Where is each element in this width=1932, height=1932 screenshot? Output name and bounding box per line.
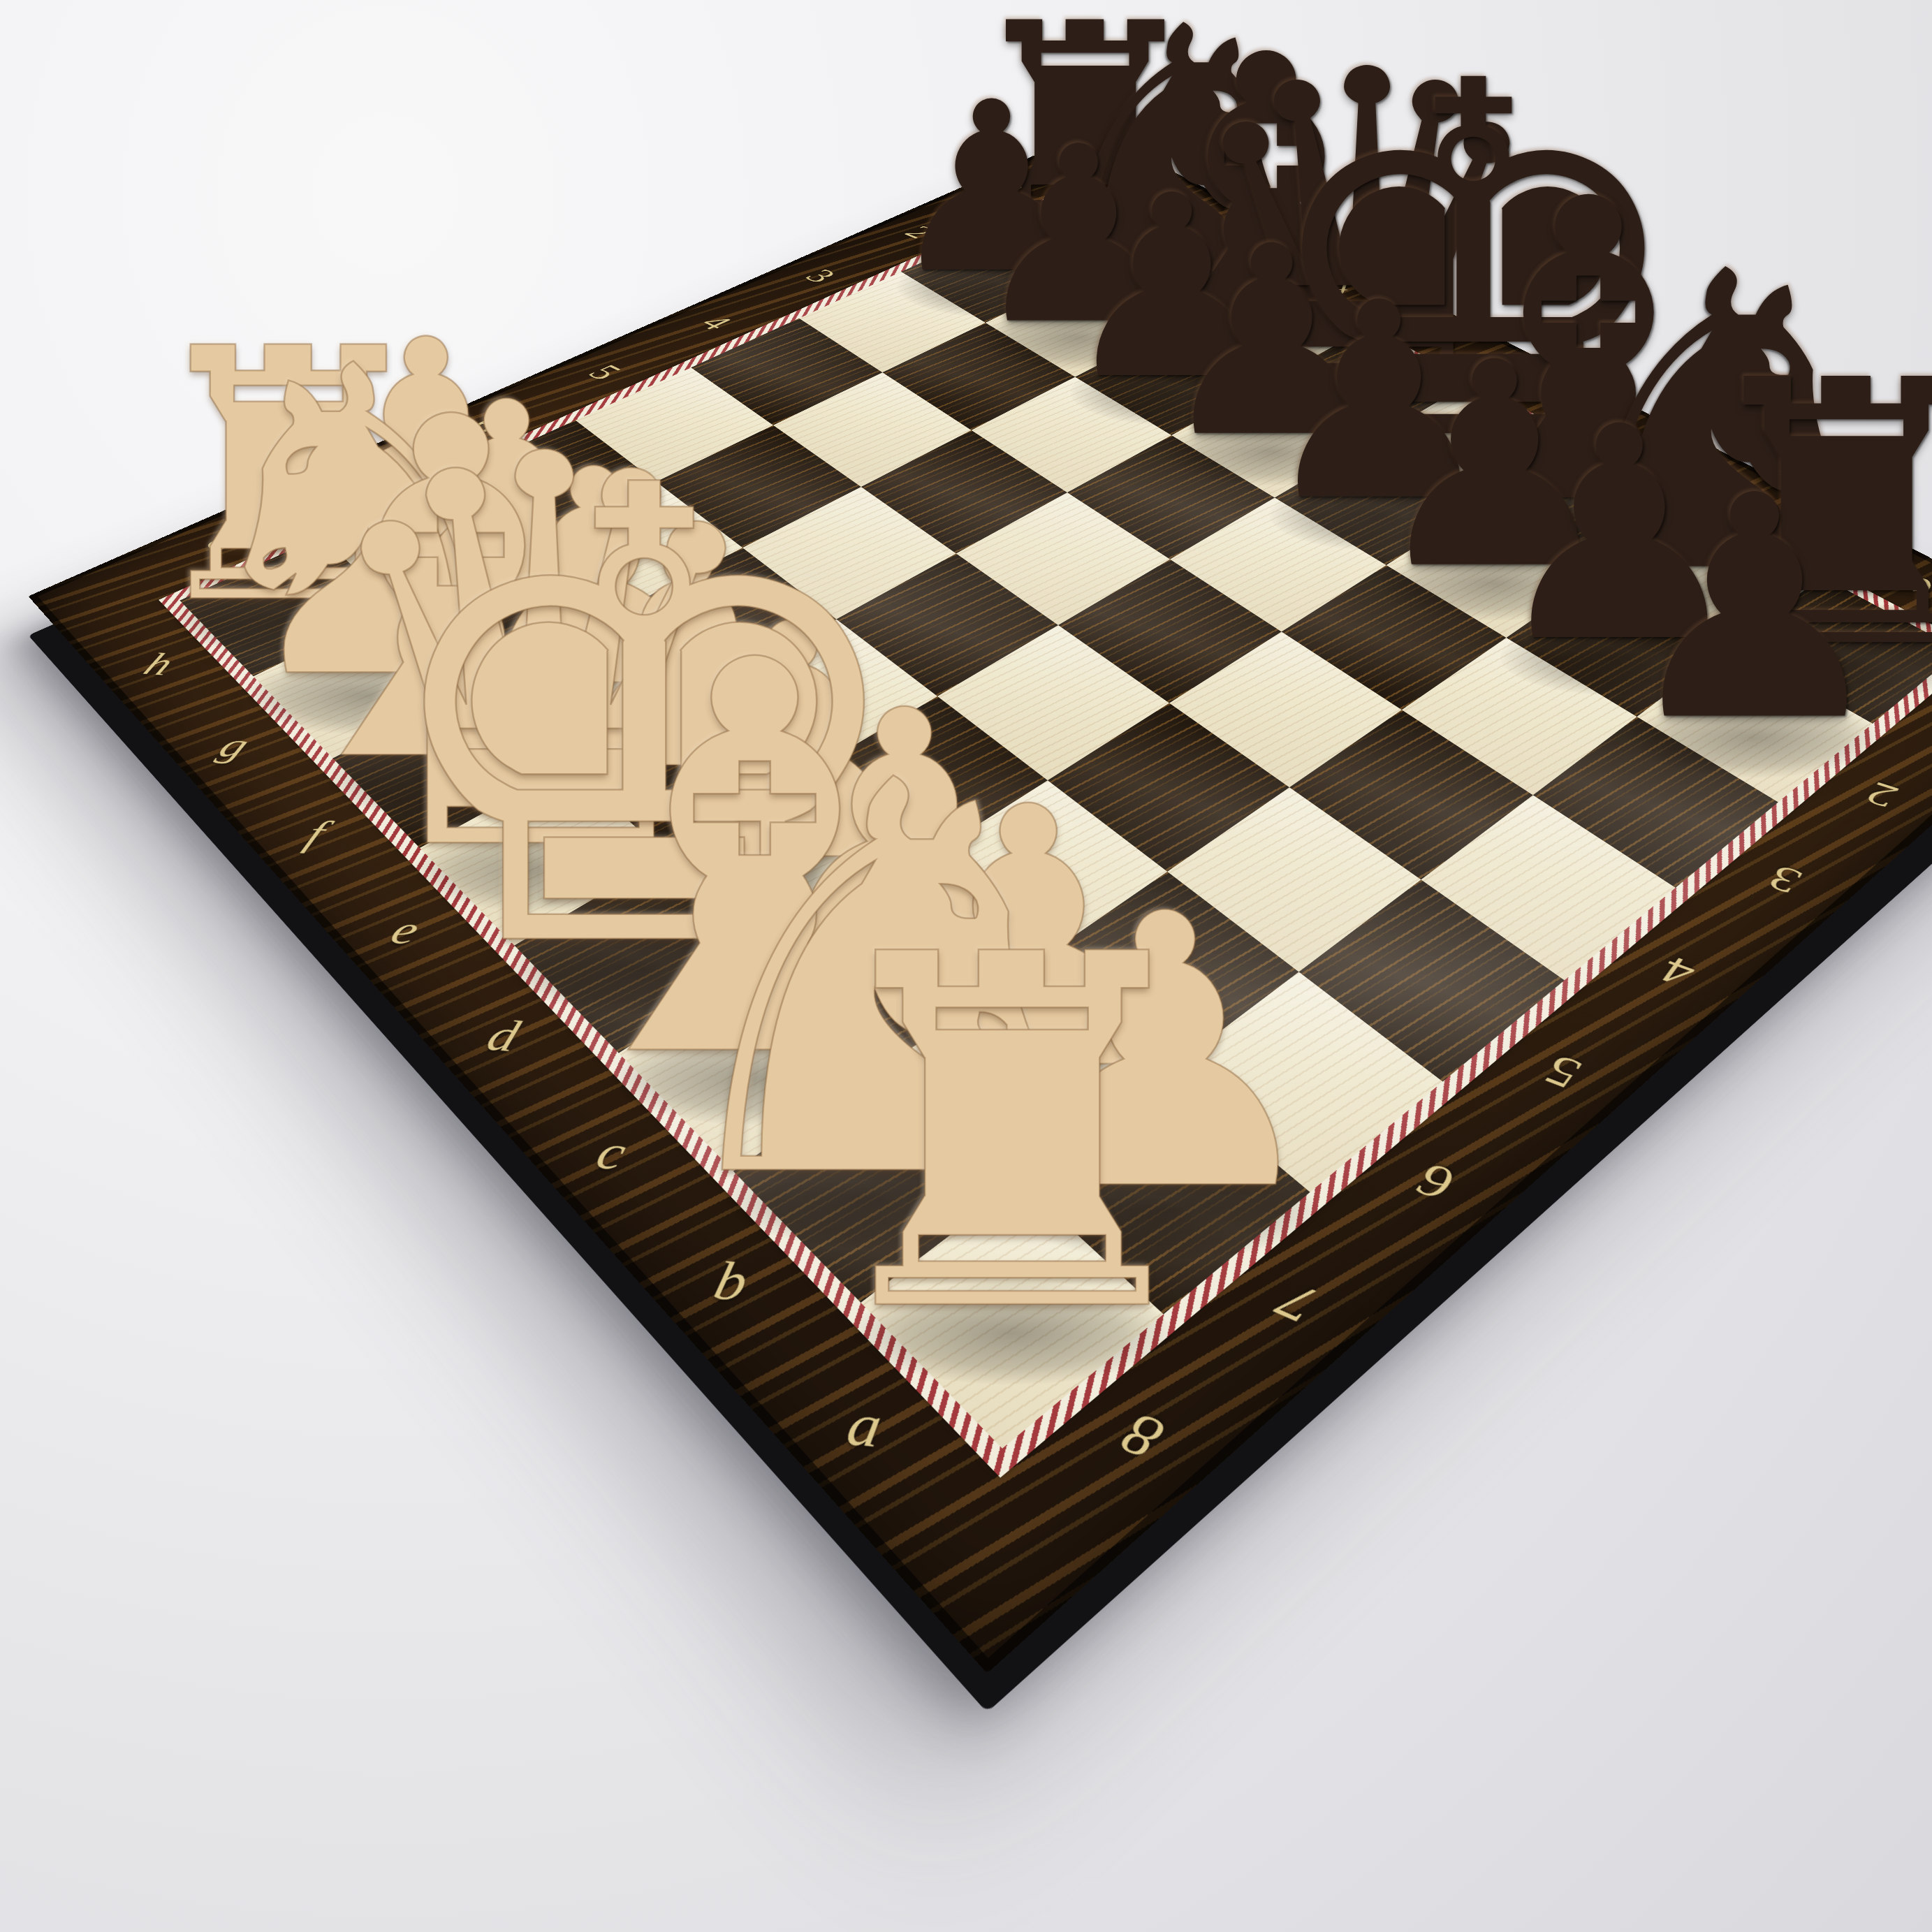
file-label: g [136,711,330,780]
file-label: a [742,1365,983,1488]
file-label: f [1279,268,1410,308]
chessboard-grid [180,186,1932,1448]
file-label: d [395,991,610,1081]
file-label: b [614,1227,846,1338]
file-label: f [214,796,416,871]
photo-scene: Angled photo of a handmade wooden chess … [0,0,1932,1932]
file-label: d [1479,372,1624,419]
file-label: h [1100,176,1225,212]
file-label: c [1590,430,1743,481]
file-label: h [64,633,252,696]
file-label: c [499,1104,722,1203]
file-label: g [1187,220,1314,258]
chessboard: hgfedcba hgfedcba 12345678 12345678 [28,130,1932,1673]
file-label: e [300,890,508,972]
file-label: b [1708,492,1871,546]
file-label: e [1377,319,1514,362]
